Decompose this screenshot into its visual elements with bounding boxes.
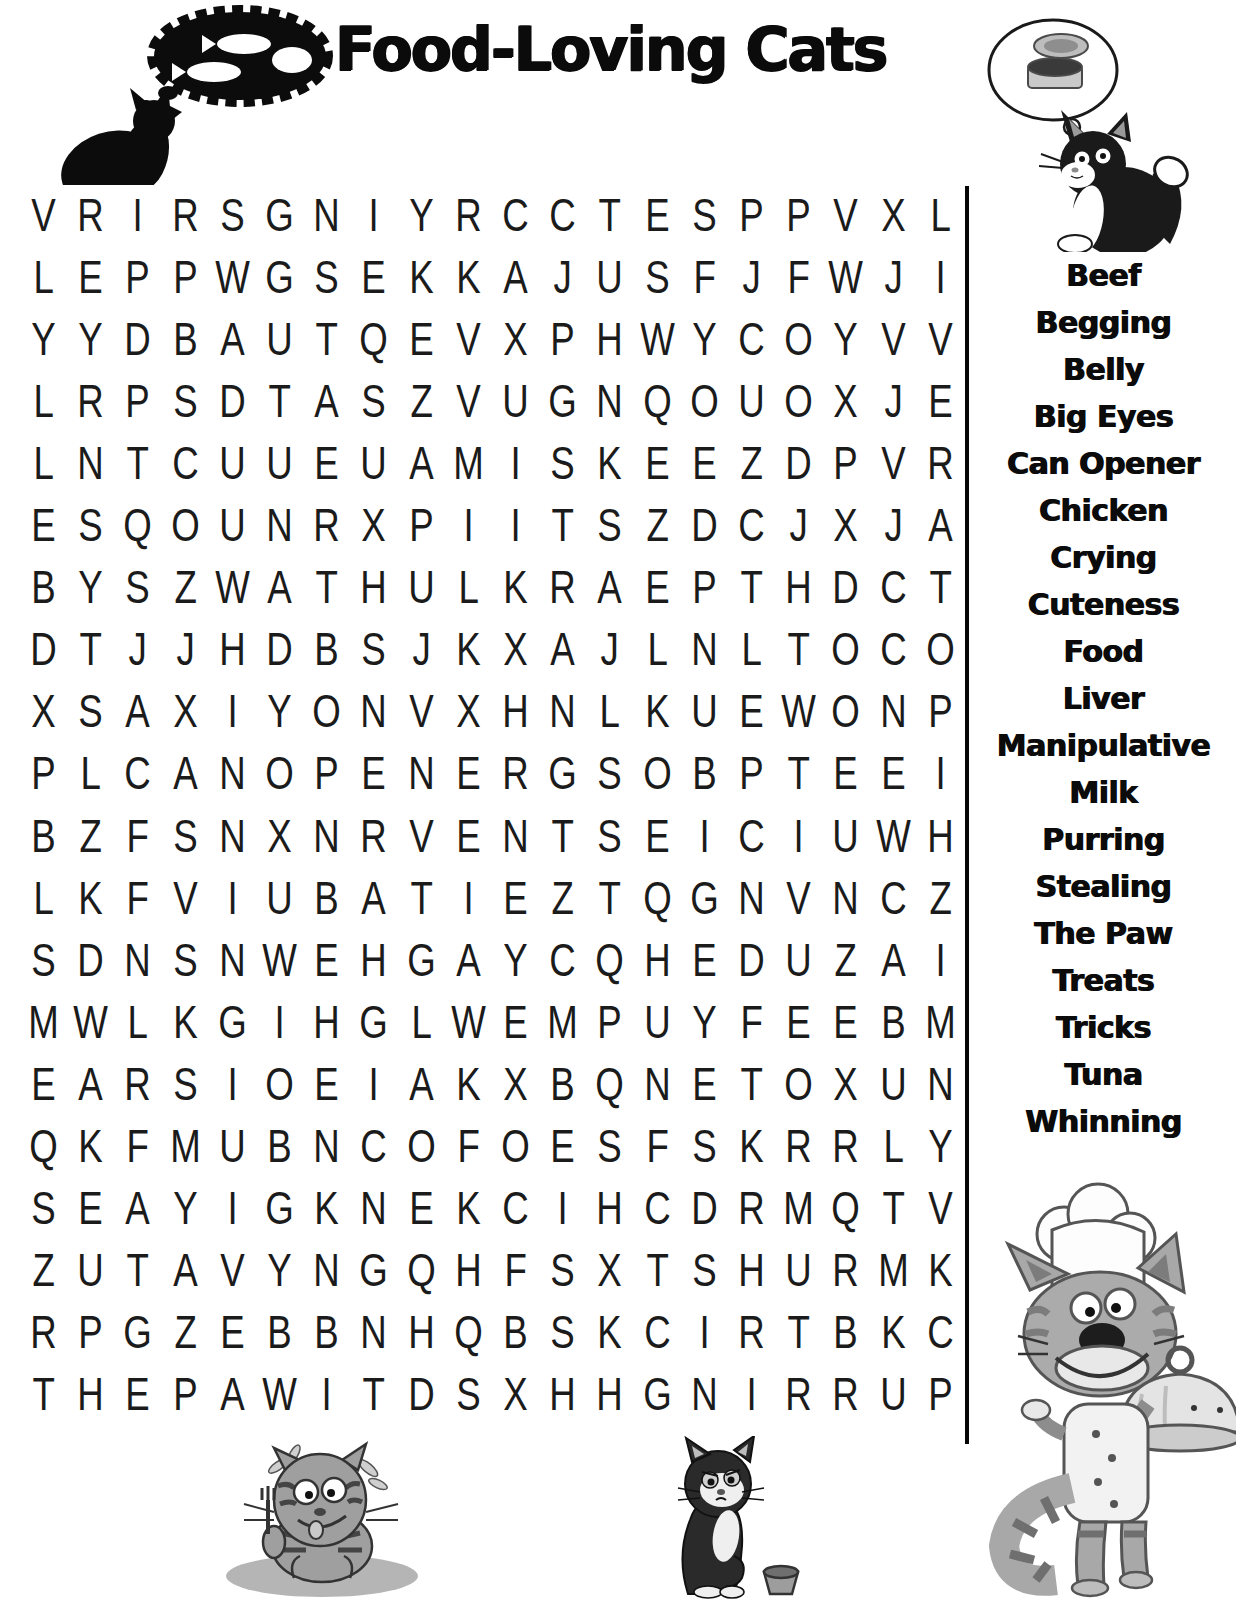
grid-cell-r2c9: K [403,245,440,307]
grid-cell-r17c8: N [356,1177,393,1239]
grid-cell-r8c19: C [875,618,912,680]
grid-cell-r11c12: T [544,804,581,866]
grid-cell-r1c2: R [72,183,109,245]
grid-cell-r10c13: S [592,742,629,804]
grid-cell-r7c7: T [308,556,345,618]
striped-tail [1004,1488,1072,1581]
grid-cell-r17c4: Y [167,1177,204,1239]
grid-cell-r9c9: V [403,680,440,742]
food-bowl-icon [764,1566,798,1594]
grid-cell-r4c8: S [356,369,393,431]
hungry-tabby-cat-image [210,1438,430,1600]
grid-cell-r10c18: E [828,742,865,804]
grid-cell-r18c19: M [875,1239,912,1301]
grid-cell-r10c10: E [450,742,487,804]
chef-cat-image [952,1182,1236,1600]
word-list: BeefBeggingBellyBig EyesCan OpenerChicke… [970,252,1236,1145]
grid-cell-r1c19: X [875,183,912,245]
grid-cell-r11c14: E [639,804,676,866]
grid-cell-r7c9: U [403,556,440,618]
grid-cell-r10c2: L [72,742,109,804]
grid-cell-r12c18: N [828,866,865,928]
grid-cell-r8c8: S [356,618,393,680]
kitten-with-bowl-image [638,1436,808,1600]
grid-cell-r3c6: U [261,307,298,369]
grid-cell-r8c20: O [922,618,959,680]
grid-cell-r7c18: D [828,556,865,618]
grid-cell-r1c13: T [592,183,629,245]
grid-cell-r15c1: E [25,1052,62,1114]
grid-cell-r13c17: U [780,928,817,990]
grid-cell-r12c13: T [592,866,629,928]
grid-cell-r2c4: P [167,245,204,307]
grid-cell-r14c13: P [592,990,629,1052]
grid-cell-r14c1: M [25,990,62,1052]
grid-cell-r16c17: R [780,1114,817,1176]
grid-cell-r9c13: L [592,680,629,742]
grid-cell-r11c1: B [25,804,62,866]
grid-cell-r20c8: T [356,1363,393,1425]
grid-cell-r11c13: S [592,804,629,866]
grid-cell-r14c4: K [167,990,204,1052]
grid-cell-r19c17: T [780,1301,817,1363]
grid-cell-r19c8: N [356,1301,393,1363]
grid-cell-r6c7: R [308,493,345,555]
grid-cell-r13c11: Y [497,928,534,990]
grid-cell-r13c1: S [25,928,62,990]
grid-cell-r14c12: M [544,990,581,1052]
grid-cell-r13c15: E [686,928,723,990]
grid-cell-r1c7: N [308,183,345,245]
grid-cell-r6c18: X [828,493,865,555]
grid-cell-r5c16: Z [733,431,770,493]
grid-cell-r18c14: T [639,1239,676,1301]
grid-cell-r2c20: I [922,245,959,307]
grid-cell-r8c4: J [167,618,204,680]
grid-cell-r15c17: O [780,1052,817,1114]
grid-cell-r5c1: L [25,431,62,493]
grid-cell-r2c12: J [544,245,581,307]
grid-cell-r4c19: J [875,369,912,431]
grid-cell-r12c2: K [72,866,109,928]
grid-cell-r19c18: B [828,1301,865,1363]
grid-cell-r5c12: S [544,431,581,493]
grid-cell-r9c15: U [686,680,723,742]
grid-cell-r15c19: U [875,1052,912,1114]
grid-cell-r5c6: U [261,431,298,493]
grid-cell-r3c15: Y [686,307,723,369]
word-search-page: Food-Loving Cats [0,0,1236,1600]
grid-cell-r4c2: R [72,369,109,431]
grid-cell-r6c12: T [544,493,581,555]
grid-cell-r15c3: R [120,1052,157,1114]
grid-cell-r15c4: S [167,1052,204,1114]
word-list-item: Beef [970,252,1236,299]
grid-cell-r9c12: N [544,680,581,742]
grid-cell-r1c8: I [356,183,393,245]
grid-cell-r16c3: F [120,1114,157,1176]
grid-cell-r2c10: K [450,245,487,307]
grid-cell-r3c7: T [308,307,345,369]
grid-cell-r7c4: Z [167,556,204,618]
word-list-item: Treats [970,957,1236,1004]
cat-dreaming-of-fish-image [48,0,348,185]
grid-cell-r17c7: K [308,1177,345,1239]
grid-cell-r11c15: I [686,804,723,866]
grid-cell-r15c10: K [450,1052,487,1114]
grid-cell-r15c18: X [828,1052,865,1114]
grid-cell-r5c13: K [592,431,629,493]
grid-cell-r19c19: K [875,1301,912,1363]
grid-cell-r12c5: I [214,866,251,928]
grid-cell-r9c3: A [120,680,157,742]
grid-cell-r8c3: J [120,618,157,680]
grid-cell-r14c17: E [780,990,817,1052]
grid-cell-r8c12: A [544,618,581,680]
grid-cell-r5c14: E [639,431,676,493]
grid-cell-r3c8: Q [356,307,393,369]
grid-cell-r1c20: L [922,183,959,245]
word-list-item: Stealing [970,863,1236,910]
grid-cell-r10c7: P [308,742,345,804]
grid-cell-r13c4: S [167,928,204,990]
grid-cell-r14c19: B [875,990,912,1052]
grid-cell-r11c4: S [167,804,204,866]
grid-cell-r10c17: T [780,742,817,804]
grid-cell-r12c7: B [308,866,345,928]
grid-cell-r7c3: S [120,556,157,618]
grid-cell-r6c9: P [403,493,440,555]
grid-cell-r17c19: T [875,1177,912,1239]
grid-cell-r6c10: I [450,493,487,555]
grid-cell-r2c15: F [686,245,723,307]
grid-cell-r10c9: N [403,742,440,804]
grid-cell-r20c4: P [167,1363,204,1425]
grid-cell-r6c20: A [922,493,959,555]
grid-cell-r11c8: R [356,804,393,866]
grid-cell-r4c17: O [780,369,817,431]
grid-cell-r16c4: M [167,1114,204,1176]
grid-cell-r3c12: P [544,307,581,369]
grid-cell-r20c15: N [686,1363,723,1425]
grid-cell-r5c20: R [922,431,959,493]
fish-icon [187,62,241,82]
grid-cell-r15c11: X [497,1052,534,1114]
grid-cell-r19c3: G [120,1301,157,1363]
grid-cell-r2c1: L [25,245,62,307]
grid-cell-r9c11: H [497,680,534,742]
word-list-item: Big Eyes [970,393,1236,440]
grid-cell-r1c15: S [686,183,723,245]
grid-cell-r10c12: G [544,742,581,804]
grid-cell-r5c18: P [828,431,865,493]
grid-cell-r5c2: N [72,431,109,493]
grid-cell-r17c6: G [261,1177,298,1239]
grid-cell-r18c17: U [780,1239,817,1301]
grid-cell-r15c6: O [261,1052,298,1114]
grid-cell-r11c3: F [120,804,157,866]
grid-cell-r17c18: Q [828,1177,865,1239]
grid-cell-r1c14: E [639,183,676,245]
grid-cell-r14c9: L [403,990,440,1052]
grid-cell-r6c13: S [592,493,629,555]
grid-cell-r3c9: E [403,307,440,369]
grid-cell-r11c9: V [403,804,440,866]
grid-cell-r9c7: O [308,680,345,742]
tuxedo-cat-figure [1039,110,1193,252]
grid-cell-r2c5: W [214,245,251,307]
grid-cell-r18c15: S [686,1239,723,1301]
grid-cell-r7c15: P [686,556,723,618]
grid-cell-r2c2: E [72,245,109,307]
grid-cell-r11c7: N [308,804,345,866]
grid-cell-r15c9: A [403,1052,440,1114]
grid-cell-r12c4: V [167,866,204,928]
black-cat-silhouette [51,86,182,185]
grid-cell-r7c20: T [922,556,959,618]
grid-cell-r12c3: F [120,866,157,928]
grid-cell-r11c5: N [214,804,251,866]
grid-cell-r10c15: B [686,742,723,804]
grid-cell-r3c1: Y [25,307,62,369]
grid-cell-r3c18: Y [828,307,865,369]
grid-cell-r15c13: Q [592,1052,629,1114]
grid-cell-r8c1: D [25,618,62,680]
legs [1072,1522,1152,1596]
grid-cell-r18c4: A [167,1239,204,1301]
grid-cell-r17c11: C [497,1177,534,1239]
grid-cell-r20c5: A [214,1363,251,1425]
grid-cell-r6c19: J [875,493,912,555]
grid-cell-r20c11: X [497,1363,534,1425]
grid-cell-r10c3: C [120,742,157,804]
grid-cell-r9c10: X [450,680,487,742]
grid-cell-r14c2: W [72,990,109,1052]
grid-cell-r12c9: T [403,866,440,928]
grid-cell-r15c12: B [544,1052,581,1114]
grid-cell-r4c18: X [828,369,865,431]
word-list-item: Manipulative [970,722,1236,769]
grid-cell-r2c18: W [828,245,865,307]
grid-cell-r20c1: T [25,1363,62,1425]
grid-cell-r15c14: N [639,1052,676,1114]
grid-cell-r4c15: O [686,369,723,431]
grid-cell-r19c2: P [72,1301,109,1363]
grid-cell-r8c2: T [72,618,109,680]
grid-cell-r13c20: I [922,928,959,990]
grid-cell-r6c6: N [261,493,298,555]
grid-cell-r16c15: S [686,1114,723,1176]
grid-cell-r5c17: D [780,431,817,493]
grid-cell-r7c19: C [875,556,912,618]
grid-cell-r3c3: D [120,307,157,369]
grid-cell-r16c10: F [450,1114,487,1176]
grid-cell-r8c6: D [261,618,298,680]
grid-cell-r19c13: K [592,1301,629,1363]
grid-cell-r6c16: C [733,493,770,555]
grid-cell-r16c20: Y [922,1114,959,1176]
grid-cell-r8c16: L [733,618,770,680]
grid-cell-r5c10: M [450,431,487,493]
grid-cell-r19c11: B [497,1301,534,1363]
grid-cell-r10c11: R [497,742,534,804]
grid-cell-r3c4: B [167,307,204,369]
grid-cell-r9c6: Y [261,680,298,742]
grid-cell-r4c7: A [308,369,345,431]
grid-cell-r3c14: W [639,307,676,369]
grid-cell-r17c13: H [592,1177,629,1239]
grid-cell-r16c9: O [403,1114,440,1176]
grid-cell-r8c15: N [686,618,723,680]
word-list-item: Begging [970,299,1236,346]
word-list-item: Tuna [970,1051,1236,1098]
grid-cell-r13c6: W [261,928,298,990]
grid-cell-r9c4: X [167,680,204,742]
grid-cell-r13c12: C [544,928,581,990]
grid-cell-r19c15: I [686,1301,723,1363]
grid-cell-r15c15: E [686,1052,723,1114]
grid-cell-r11c16: C [733,804,770,866]
grid-cell-r7c5: W [214,556,251,618]
grid-cell-r4c9: Z [403,369,440,431]
grid-cell-r6c14: Z [639,493,676,555]
grid-cell-r20c7: I [308,1363,345,1425]
grid-cell-r18c18: R [828,1239,865,1301]
grid-cell-r9c17: W [780,680,817,742]
grid-cell-r17c17: M [780,1177,817,1239]
grid-cell-r13c8: H [356,928,393,990]
grid-cell-r1c11: C [497,183,534,245]
grid-cell-r1c12: C [544,183,581,245]
grid-cell-r17c5: I [214,1177,251,1239]
grid-cell-r18c8: G [356,1239,393,1301]
grid-cell-r3c20: V [922,307,959,369]
grid-cell-r18c12: S [544,1239,581,1301]
grid-cell-r8c5: H [214,618,251,680]
grid-cell-r5c19: V [875,431,912,493]
grid-cell-r19c16: R [733,1301,770,1363]
grid-cell-r10c14: O [639,742,676,804]
grid-cell-r18c5: V [214,1239,251,1301]
grid-cell-r3c19: V [875,307,912,369]
grid-cell-r4c16: U [733,369,770,431]
grid-cell-r16c7: N [308,1114,345,1176]
grid-cell-r9c18: O [828,680,865,742]
grid-cell-r10c8: E [356,742,393,804]
grid-cell-r9c20: P [922,680,959,742]
grid-cell-r13c18: Z [828,928,865,990]
grid-cell-r6c17: J [780,493,817,555]
grid-cell-r6c3: Q [120,493,157,555]
grid-cell-r20c16: I [733,1363,770,1425]
grid-cell-r5c9: A [403,431,440,493]
grid-cell-r20c6: W [261,1363,298,1425]
word-list-item: Whinning [970,1098,1236,1145]
grid-cell-r14c15: Y [686,990,723,1052]
grid-cell-r1c1: V [25,183,62,245]
word-list-item: Crying [970,534,1236,581]
word-list-item: Can Opener [970,440,1236,487]
grid-cell-r7c11: K [497,556,534,618]
page-title: Food-Loving Cats [250,14,970,84]
grid-cell-r13c16: D [733,928,770,990]
word-search-grid: VRIRSGNIYRCCTESPPVXLLEPPWGSEKKAJUSFJFWJI… [20,183,964,1425]
grid-cell-r15c16: T [733,1052,770,1114]
grid-cell-r4c13: N [592,369,629,431]
grid-cell-r13c13: Q [592,928,629,990]
grid-cell-r8c18: O [828,618,865,680]
grid-cell-r9c16: E [733,680,770,742]
grid-cell-r20c2: H [72,1363,109,1425]
grid-cell-r19c4: Z [167,1301,204,1363]
grid-cell-r20c19: U [875,1363,912,1425]
grid-cell-r8c14: L [639,618,676,680]
grid-cell-r7c14: E [639,556,676,618]
grid-cell-r16c18: R [828,1114,865,1176]
grid-cell-r4c11: U [497,369,534,431]
grid-cell-r7c17: H [780,556,817,618]
grid-cell-r2c3: P [120,245,157,307]
grid-cell-r2c14: S [639,245,676,307]
grid-cell-r12c19: C [875,866,912,928]
grid-cell-r16c6: B [261,1114,298,1176]
grid-cell-r12c11: E [497,866,534,928]
grid-cell-r12c12: Z [544,866,581,928]
word-list-item: Chicken [970,487,1236,534]
grid-cell-r18c6: Y [261,1239,298,1301]
grid-cell-r13c2: D [72,928,109,990]
grid-cell-r4c4: S [167,369,204,431]
grid-cell-r19c7: B [308,1301,345,1363]
grid-cell-r3c11: X [497,307,534,369]
grid-cell-r10c5: N [214,742,251,804]
grid-cell-r10c4: A [167,742,204,804]
grid-cell-r15c8: I [356,1052,393,1114]
grid-cell-r19c1: R [25,1301,62,1363]
word-list-item: Cuteness [970,581,1236,628]
grid-cell-r18c9: Q [403,1239,440,1301]
grid-cell-r11c19: W [875,804,912,866]
grid-cell-r7c13: A [592,556,629,618]
grid-cell-r19c9: H [403,1301,440,1363]
grid-cell-r3c17: O [780,307,817,369]
grid-cell-r8c9: J [403,618,440,680]
grid-cell-r19c10: Q [450,1301,487,1363]
grid-cell-r5c11: I [497,431,534,493]
grid-cell-r20c17: R [780,1363,817,1425]
grid-cell-r19c5: E [214,1301,251,1363]
grid-cell-r6c5: U [214,493,251,555]
grid-cell-r6c2: S [72,493,109,555]
grid-cell-r11c6: X [261,804,298,866]
grid-cell-r17c1: S [25,1177,62,1239]
grid-cell-r13c10: A [450,928,487,990]
grid-cell-r10c1: P [25,742,62,804]
grid-cell-r16c16: K [733,1114,770,1176]
grid-cell-r4c1: L [25,369,62,431]
grid-cell-r1c5: S [214,183,251,245]
grid-cell-r16c2: K [72,1114,109,1176]
grid-cell-r3c13: H [592,307,629,369]
grid-cell-r20c13: H [592,1363,629,1425]
grid-cell-r7c12: R [544,556,581,618]
grid-cell-r18c1: Z [25,1239,62,1301]
grid-cell-r12c14: Q [639,866,676,928]
grid-cell-r18c11: F [497,1239,534,1301]
grid-cell-r14c10: W [450,990,487,1052]
grid-cell-r1c16: P [733,183,770,245]
grid-cell-r17c15: D [686,1177,723,1239]
